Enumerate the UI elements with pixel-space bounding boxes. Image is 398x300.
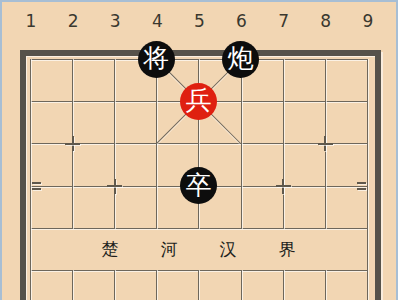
black-cannon-glyph: 炮 xyxy=(228,45,254,71)
river-char: 楚 xyxy=(101,241,118,258)
river-label: 楚河汉界 xyxy=(30,230,367,269)
point-marker xyxy=(318,136,333,151)
grid-vline-red-side xyxy=(72,270,73,300)
column-number-4: 4 xyxy=(152,11,163,31)
black-soldier-glyph: 卒 xyxy=(185,172,211,198)
grid-vline-red-side xyxy=(198,270,199,300)
point-marker xyxy=(65,136,80,151)
grid-vline-black-side xyxy=(241,59,242,229)
river-char: 河 xyxy=(160,241,177,258)
black-general[interactable]: 将 xyxy=(138,41,175,78)
black-general-glyph: 将 xyxy=(143,45,169,71)
grid-vline-red-side xyxy=(114,270,115,300)
river-char: 汉 xyxy=(219,241,236,258)
grid-vline-black-side xyxy=(114,59,115,229)
red-soldier[interactable]: 兵 xyxy=(180,83,217,120)
column-number-1: 1 xyxy=(26,11,37,31)
grid-vline-red-side xyxy=(283,270,284,300)
black-soldier[interactable]: 卒 xyxy=(180,167,217,204)
column-number-2: 2 xyxy=(68,11,79,31)
column-number-9: 9 xyxy=(362,11,373,31)
grid-vline-edge xyxy=(367,59,368,300)
column-number-8: 8 xyxy=(320,11,331,31)
edge-point-marker xyxy=(357,182,366,190)
black-cannon[interactable]: 炮 xyxy=(222,41,259,78)
red-soldier-glyph: 兵 xyxy=(185,87,211,113)
edge-point-marker xyxy=(32,182,41,190)
column-number-3: 3 xyxy=(110,11,121,31)
grid-vline-red-side xyxy=(156,270,157,300)
river-char: 界 xyxy=(278,241,295,258)
point-marker xyxy=(107,179,122,194)
column-number-6: 6 xyxy=(236,11,247,31)
grid-vline-red-side xyxy=(325,270,326,300)
column-number-5: 5 xyxy=(194,11,205,31)
grid-vline-black-side xyxy=(283,59,284,229)
grid-vline-red-side xyxy=(241,270,242,300)
point-marker xyxy=(276,179,291,194)
xiangqi-board-screen[interactable]: 123456789楚河汉界将炮兵卒 xyxy=(0,0,398,300)
column-number-7: 7 xyxy=(278,11,289,31)
